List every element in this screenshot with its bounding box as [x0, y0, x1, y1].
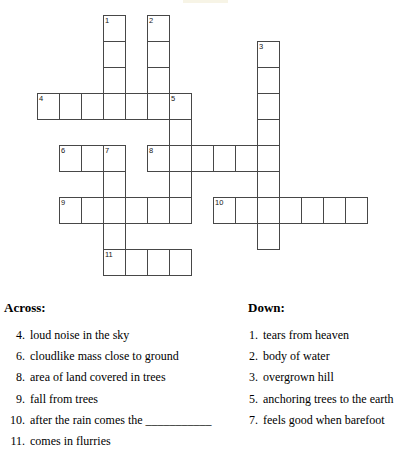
grid-cell-r1c5[interactable]: [147, 41, 170, 68]
down-clue-list: 1.tears from heaven2.body of water3.over…: [248, 329, 398, 435]
cell-number-1: 1: [105, 16, 109, 25]
grid-cell-r9c3[interactable]: 11: [103, 249, 126, 276]
clue-down-5: 5.anchoring trees to the earth: [248, 393, 398, 414]
clue-down-2: 2.body of water: [248, 350, 398, 371]
cell-number-5: 5: [171, 94, 175, 103]
cell-number-8: 8: [149, 146, 153, 155]
clue-across-11: 11.comes in flurries: [4, 435, 242, 452]
grid-cell-r2c5[interactable]: [147, 67, 170, 94]
grid-cell-r7c2[interactable]: [81, 197, 104, 224]
grid-cell-r3c3[interactable]: [103, 93, 126, 120]
grid-cell-r6c6[interactable]: [169, 171, 192, 198]
clue-text: overgrown hill: [263, 371, 334, 392]
clue-number: 3.: [248, 371, 258, 392]
grid-cell-r9c5[interactable]: [147, 249, 170, 276]
clue-number: 5.: [248, 393, 258, 414]
clue-text: comes in flurries: [30, 435, 111, 452]
grid-cell-r7c9[interactable]: [235, 197, 258, 224]
grid-cell-r7c6[interactable]: [169, 197, 192, 224]
cell-number-2: 2: [149, 16, 153, 25]
grid-cell-r8c3[interactable]: [103, 223, 126, 250]
clue-text: loud noise in the sky: [30, 329, 129, 350]
grid-cell-r5c6[interactable]: [169, 145, 192, 172]
clue-text: after the rain comes the ___________: [30, 414, 212, 435]
clue-number: 9.: [4, 393, 25, 414]
grid-cell-r5c3[interactable]: 7: [103, 145, 126, 172]
cell-number-3: 3: [259, 42, 263, 51]
cell-number-4: 4: [39, 94, 43, 103]
clue-number: 11.: [4, 435, 25, 452]
grid-cell-r7c12[interactable]: [301, 197, 324, 224]
grid-cell-r3c4[interactable]: [125, 93, 148, 120]
grid-cell-r7c1[interactable]: 9: [59, 197, 82, 224]
clue-across-8: 8.area of land covered in trees: [4, 371, 242, 392]
cropped-title-remnant: [183, 0, 228, 3]
grid-cell-r3c0[interactable]: 4: [37, 93, 60, 120]
grid-cell-r7c3[interactable]: [103, 197, 126, 224]
crossword-grid: 1234567891011: [37, 15, 369, 277]
grid-cell-r5c7[interactable]: [191, 145, 214, 172]
across-clues-section: Across: 4.loud noise in the sky6.cloudli…: [4, 301, 242, 452]
cell-number-6: 6: [61, 146, 65, 155]
clue-number: 7.: [248, 414, 258, 435]
grid-cell-r5c2[interactable]: [81, 145, 104, 172]
grid-cell-r5c5[interactable]: 8: [147, 145, 170, 172]
grid-cell-r7c10[interactable]: [257, 197, 280, 224]
down-clues-section: Down: 1.tears from heaven2.body of water…: [248, 301, 398, 435]
clue-number: 2.: [248, 350, 258, 371]
grid-cell-r8c10[interactable]: [257, 223, 280, 250]
grid-cell-r0c3[interactable]: 1: [103, 15, 126, 42]
grid-cell-r0c5[interactable]: 2: [147, 15, 170, 42]
clue-across-4: 4.loud noise in the sky: [4, 329, 242, 350]
grid-cell-r7c14[interactable]: [345, 197, 368, 224]
grid-cell-r7c8[interactable]: 10: [213, 197, 236, 224]
grid-cell-r2c10[interactable]: [257, 67, 280, 94]
clue-down-3: 3.overgrown hill: [248, 371, 398, 392]
clue-text: body of water: [263, 350, 330, 371]
cell-number-7: 7: [105, 146, 109, 155]
clue-text: anchoring trees to the earth: [263, 393, 394, 414]
clue-across-10: 10.after the rain comes the ___________: [4, 414, 242, 435]
down-header: Down:: [248, 301, 398, 315]
grid-cell-r9c6[interactable]: [169, 249, 192, 276]
grid-cell-r1c3[interactable]: [103, 41, 126, 68]
clue-text: feels good when barefoot: [263, 414, 385, 435]
across-header: Across:: [4, 301, 242, 315]
grid-cell-r4c6[interactable]: [169, 119, 192, 146]
grid-cell-r5c8[interactable]: [213, 145, 236, 172]
grid-cell-r6c10[interactable]: [257, 171, 280, 198]
clue-text: tears from heaven: [263, 329, 349, 350]
clue-across-9: 9.fall from trees: [4, 393, 242, 414]
grid-cell-r7c5[interactable]: [147, 197, 170, 224]
crossword-worksheet: 1234567891011 Across: 4.loud noise in th…: [0, 0, 400, 452]
clue-number: 8.: [4, 371, 25, 392]
clue-number: 1.: [248, 329, 258, 350]
clue-text: area of land covered in trees: [30, 371, 166, 392]
grid-cell-r2c3[interactable]: [103, 67, 126, 94]
grid-cell-r6c3[interactable]: [103, 171, 126, 198]
grid-cell-r3c2[interactable]: [81, 93, 104, 120]
grid-cell-r3c6[interactable]: 5: [169, 93, 192, 120]
grid-cell-r5c10[interactable]: [257, 145, 280, 172]
grid-cell-r7c13[interactable]: [323, 197, 346, 224]
grid-cell-r3c5[interactable]: [147, 93, 170, 120]
clue-text: cloudlike mass close to ground: [30, 350, 179, 371]
grid-cell-r3c10[interactable]: [257, 93, 280, 120]
clue-number: 4.: [4, 329, 25, 350]
grid-cell-r1c10[interactable]: 3: [257, 41, 280, 68]
clue-down-1: 1.tears from heaven: [248, 329, 398, 350]
grid-cell-r9c4[interactable]: [125, 249, 148, 276]
clue-across-6: 6.cloudlike mass close to ground: [4, 350, 242, 371]
across-clue-list: 4.loud noise in the sky6.cloudlike mass …: [4, 329, 242, 452]
clue-number: 6.: [4, 350, 25, 371]
cell-number-11: 11: [105, 250, 113, 259]
grid-cell-r5c1[interactable]: 6: [59, 145, 82, 172]
grid-cell-r7c11[interactable]: [279, 197, 302, 224]
grid-cell-r4c10[interactable]: [257, 119, 280, 146]
clue-number: 10.: [4, 414, 25, 435]
cell-number-9: 9: [61, 198, 65, 207]
cell-number-10: 10: [215, 198, 223, 207]
grid-cell-r7c4[interactable]: [125, 197, 148, 224]
clue-text: fall from trees: [30, 393, 98, 414]
grid-cell-r5c9[interactable]: [235, 145, 258, 172]
clue-down-7: 7.feels good when barefoot: [248, 414, 398, 435]
grid-cell-r3c1[interactable]: [59, 93, 82, 120]
